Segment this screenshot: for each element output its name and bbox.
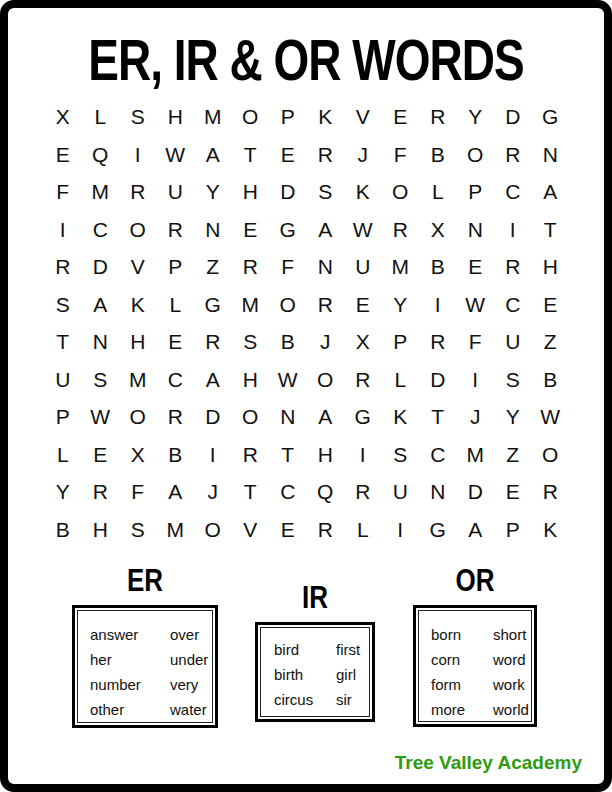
ir-word-list: birdfirstbirthgirlcircussir xyxy=(260,627,370,717)
grid-cell-r8c1[interactable]: U xyxy=(44,361,82,399)
grid-cell-r7c4[interactable]: E xyxy=(157,323,195,361)
grid-cell-r8c2[interactable]: S xyxy=(82,361,120,399)
grid-cell-r7c1[interactable]: T xyxy=(44,323,82,361)
grid-cell-r8c12[interactable]: I xyxy=(457,361,495,399)
grid-cell-r2c2[interactable]: Q xyxy=(82,136,120,174)
grid-cell-r5c4[interactable]: P xyxy=(157,248,195,286)
grid-cell-r3c10[interactable]: O xyxy=(382,173,420,211)
grid-cell-r2c10[interactable]: F xyxy=(382,136,420,174)
grid-cell-r1c3[interactable]: S xyxy=(119,98,157,136)
grid-cell-r10c4[interactable]: B xyxy=(157,436,195,474)
grid-cell-r4c14[interactable]: T xyxy=(532,211,570,249)
word-item: water xyxy=(170,697,212,722)
grid-cell-r6c7[interactable]: O xyxy=(269,286,307,324)
word-item: answer xyxy=(90,622,170,647)
word-item: under xyxy=(170,647,212,672)
grid-cell-r1c7[interactable]: P xyxy=(269,98,307,136)
grid-cell-r8c7[interactable]: W xyxy=(269,361,307,399)
grid-cell-r3c6[interactable]: H xyxy=(232,173,270,211)
ir-word-box: birdfirstbirthgirlcircussir xyxy=(255,622,375,722)
er-word-box: answeroverherundernumberveryotherwater xyxy=(72,605,218,728)
grid-cell-r8c3[interactable]: M xyxy=(119,361,157,399)
grid-cell-r6c14[interactable]: E xyxy=(532,286,570,324)
word-item: circus xyxy=(274,687,336,712)
grid-cell-r1c14[interactable]: G xyxy=(532,98,570,136)
grid-cell-r12c9[interactable]: L xyxy=(344,511,382,549)
grid-cell-r7c3[interactable]: H xyxy=(119,323,157,361)
grid-cell-r9c14[interactable]: W xyxy=(532,398,570,436)
grid-cell-r1c5[interactable]: M xyxy=(194,98,232,136)
grid-cell-r11c13[interactable]: E xyxy=(494,473,532,511)
grid-cell-r9c12[interactable]: J xyxy=(457,398,495,436)
grid-cell-r9c10[interactable]: K xyxy=(382,398,420,436)
grid-cell-r2c9[interactable]: J xyxy=(344,136,382,174)
grid-cell-r10c12[interactable]: M xyxy=(457,436,495,474)
grid-cell-r7c13[interactable]: U xyxy=(494,323,532,361)
grid-cell-r5c13[interactable]: R xyxy=(494,248,532,286)
grid-cell-r6c6[interactable]: M xyxy=(232,286,270,324)
grid-cell-r7c8[interactable]: J xyxy=(307,323,345,361)
grid-cell-r12c13[interactable]: P xyxy=(494,511,532,549)
grid-cell-r4c10[interactable]: R xyxy=(382,211,420,249)
grid-cell-r1c13[interactable]: D xyxy=(494,98,532,136)
grid-cell-r3c1[interactable]: F xyxy=(44,173,82,211)
grid-cell-r9c5[interactable]: D xyxy=(194,398,232,436)
grid-cell-r4c4[interactable]: R xyxy=(157,211,195,249)
grid-cell-r12c8[interactable]: R xyxy=(307,511,345,549)
grid-cell-r1c1[interactable]: X xyxy=(44,98,82,136)
grid-cell-r2c12[interactable]: O xyxy=(457,136,495,174)
grid-cell-r5c10[interactable]: M xyxy=(382,248,420,286)
word-item: work xyxy=(493,672,531,697)
grid-cell-r9c2[interactable]: W xyxy=(82,398,120,436)
grid-cell-r11c6[interactable]: T xyxy=(232,473,270,511)
grid-cell-r4c7[interactable]: G xyxy=(269,211,307,249)
grid-cell-r9c3[interactable]: O xyxy=(119,398,157,436)
grid-cell-r4c5[interactable]: N xyxy=(194,211,232,249)
grid-cell-r11c12[interactable]: D xyxy=(457,473,495,511)
grid-cell-r2c1[interactable]: E xyxy=(44,136,82,174)
grid-cell-r4c6[interactable]: E xyxy=(232,211,270,249)
grid-cell-r10c8[interactable]: H xyxy=(307,436,345,474)
grid-cell-r3c4[interactable]: U xyxy=(157,173,195,211)
grid-cell-r9c6[interactable]: O xyxy=(232,398,270,436)
grid-cell-r3c11[interactable]: L xyxy=(419,173,457,211)
grid-cell-r11c5[interactable]: J xyxy=(194,473,232,511)
grid-cell-r3c3[interactable]: R xyxy=(119,173,157,211)
grid-cell-r7c12[interactable]: F xyxy=(457,323,495,361)
grid-cell-r6c11[interactable]: I xyxy=(419,286,457,324)
grid-cell-r11c11[interactable]: N xyxy=(419,473,457,511)
word-item: word xyxy=(493,647,531,672)
grid-cell-r11c4[interactable]: A xyxy=(157,473,195,511)
grid-cell-r10c3[interactable]: X xyxy=(119,436,157,474)
grid-cell-r9c8[interactable]: A xyxy=(307,398,345,436)
grid-cell-r5c9[interactable]: U xyxy=(344,248,382,286)
grid-cell-r12c5[interactable]: O xyxy=(194,511,232,549)
grid-cell-r6c4[interactable]: L xyxy=(157,286,195,324)
grid-cell-r4c2[interactable]: C xyxy=(82,211,120,249)
word-item: world xyxy=(493,697,531,722)
grid-cell-r7c10[interactable]: P xyxy=(382,323,420,361)
grid-cell-r4c8[interactable]: A xyxy=(307,211,345,249)
er-word-list: answeroverherundernumberveryotherwater xyxy=(77,610,213,723)
grid-cell-r3c5[interactable]: Y xyxy=(194,173,232,211)
grid-cell-r6c12[interactable]: W xyxy=(457,286,495,324)
grid-cell-r6c10[interactable]: Y xyxy=(382,286,420,324)
word-item: short xyxy=(493,622,531,647)
grid-cell-r9c7[interactable]: N xyxy=(269,398,307,436)
word-item: first xyxy=(336,637,369,662)
grid-cell-r12c3[interactable]: S xyxy=(119,511,157,549)
grid-cell-r11c1[interactable]: Y xyxy=(44,473,82,511)
word-group-or-label: OR xyxy=(413,566,537,599)
grid-cell-r6c1[interactable]: S xyxy=(44,286,82,324)
grid-cell-r1c12[interactable]: Y xyxy=(457,98,495,136)
grid-cell-r3c12[interactable]: P xyxy=(457,173,495,211)
grid-cell-r5c1[interactable]: R xyxy=(44,248,82,286)
grid-cell-r9c4[interactable]: R xyxy=(157,398,195,436)
grid-cell-r11c7[interactable]: C xyxy=(269,473,307,511)
grid-cell-r2c7[interactable]: E xyxy=(269,136,307,174)
word-item: her xyxy=(90,647,170,672)
grid-cell-r10c7[interactable]: T xyxy=(269,436,307,474)
grid-cell-r4c1[interactable]: I xyxy=(44,211,82,249)
grid-cell-r10c14[interactable]: O xyxy=(532,436,570,474)
grid-cell-r4c3[interactable]: O xyxy=(119,211,157,249)
grid-cell-r6c5[interactable]: G xyxy=(194,286,232,324)
word-item: bird xyxy=(274,637,336,662)
grid-cell-r6c13[interactable]: C xyxy=(494,286,532,324)
grid-cell-r11c2[interactable]: R xyxy=(82,473,120,511)
grid-cell-r7c2[interactable]: N xyxy=(82,323,120,361)
grid-cell-r9c13[interactable]: Y xyxy=(494,398,532,436)
grid-cell-r2c8[interactable]: R xyxy=(307,136,345,174)
word-item: very xyxy=(170,672,212,697)
grid-cell-r8c10[interactable]: L xyxy=(382,361,420,399)
grid-cell-r9c11[interactable]: T xyxy=(419,398,457,436)
grid-cell-r7c7[interactable]: B xyxy=(269,323,307,361)
grid-cell-r2c14[interactable]: N xyxy=(532,136,570,174)
grid-cell-r4c11[interactable]: X xyxy=(419,211,457,249)
word-item: sir xyxy=(336,687,369,712)
grid-cell-r1c11[interactable]: R xyxy=(419,98,457,136)
grid-cell-r4c9[interactable]: W xyxy=(344,211,382,249)
word-item: more xyxy=(431,697,493,722)
grid-cell-r10c13[interactable]: Z xyxy=(494,436,532,474)
grid-cell-r12c4[interactable]: M xyxy=(157,511,195,549)
grid-cell-r5c11[interactable]: B xyxy=(419,248,457,286)
grid-cell-r9c9[interactable]: G xyxy=(344,398,382,436)
grid-cell-r11c3[interactable]: F xyxy=(119,473,157,511)
grid-cell-r10c5[interactable]: I xyxy=(194,436,232,474)
grid-cell-r2c11[interactable]: B xyxy=(419,136,457,174)
grid-cell-r1c4[interactable]: H xyxy=(157,98,195,136)
grid-cell-r8c6[interactable]: H xyxy=(232,361,270,399)
grid-cell-r7c6[interactable]: S xyxy=(232,323,270,361)
grid-cell-r8c11[interactable]: D xyxy=(419,361,457,399)
grid-cell-r8c13[interactable]: S xyxy=(494,361,532,399)
grid-cell-r11c8[interactable]: Q xyxy=(307,473,345,511)
grid-cell-r9c1[interactable]: P xyxy=(44,398,82,436)
grid-cell-r2c6[interactable]: T xyxy=(232,136,270,174)
page-title: ER, IR & OR WORDS xyxy=(8,26,604,94)
grid-cell-r2c13[interactable]: R xyxy=(494,136,532,174)
grid-cell-r12c10[interactable]: I xyxy=(382,511,420,549)
grid-cell-r10c2[interactable]: E xyxy=(82,436,120,474)
grid-cell-r12c6[interactable]: V xyxy=(232,511,270,549)
grid-cell-r11c14[interactable]: R xyxy=(532,473,570,511)
grid-cell-r5c2[interactable]: D xyxy=(82,248,120,286)
grid-cell-r10c9[interactable]: I xyxy=(344,436,382,474)
grid-cell-r3c9[interactable]: K xyxy=(344,173,382,211)
word-item: girl xyxy=(336,662,369,687)
grid-cell-r3c8[interactable]: S xyxy=(307,173,345,211)
grid-cell-r5c7[interactable]: F xyxy=(269,248,307,286)
grid-cell-r1c6[interactable]: O xyxy=(232,98,270,136)
grid-cell-r4c12[interactable]: N xyxy=(457,211,495,249)
grid-cell-r6c9[interactable]: E xyxy=(344,286,382,324)
grid-cell-r12c12[interactable]: A xyxy=(457,511,495,549)
grid-cell-r7c11[interactable]: R xyxy=(419,323,457,361)
word-group-ir-label: IR xyxy=(255,583,375,616)
grid-cell-r8c8[interactable]: O xyxy=(307,361,345,399)
grid-cell-r7c9[interactable]: X xyxy=(344,323,382,361)
grid-cell-r1c10[interactable]: E xyxy=(382,98,420,136)
grid-cell-r7c5[interactable]: R xyxy=(194,323,232,361)
grid-cell-r12c7[interactable]: E xyxy=(269,511,307,549)
word-group-er-label: ER xyxy=(72,566,218,599)
word-item: over xyxy=(170,622,212,647)
word-item: born xyxy=(431,622,493,647)
grid-cell-r10c10[interactable]: S xyxy=(382,436,420,474)
grid-cell-r1c9[interactable]: V xyxy=(344,98,382,136)
or-word-list: bornshortcornwordformworkmoreworld xyxy=(418,610,532,722)
grid-cell-r4c13[interactable]: I xyxy=(494,211,532,249)
word-item: number xyxy=(90,672,170,697)
word-item: other xyxy=(90,697,170,722)
grid-cell-r3c7[interactable]: D xyxy=(269,173,307,211)
grid-cell-r10c6[interactable]: R xyxy=(232,436,270,474)
grid-cell-r6c2[interactable]: A xyxy=(82,286,120,324)
grid-cell-r2c3[interactable]: I xyxy=(119,136,157,174)
grid-cell-r5c12[interactable]: E xyxy=(457,248,495,286)
grid-cell-r3c2[interactable]: M xyxy=(82,173,120,211)
grid-cell-r3c14[interactable]: A xyxy=(532,173,570,211)
word-item: form xyxy=(431,672,493,697)
grid-cell-r12c11[interactable]: G xyxy=(419,511,457,549)
grid-cell-r8c5[interactable]: A xyxy=(194,361,232,399)
grid-cell-r7c14[interactable]: Z xyxy=(532,323,570,361)
grid-cell-r12c14[interactable]: K xyxy=(532,511,570,549)
grid-cell-r6c8[interactable]: R xyxy=(307,286,345,324)
grid-cell-r5c6[interactable]: R xyxy=(232,248,270,286)
grid-cell-r12c1[interactable]: B xyxy=(44,511,82,549)
brand-text: Tree Valley Academy xyxy=(395,752,582,774)
grid-cell-r8c14[interactable]: B xyxy=(532,361,570,399)
grid-cell-r12c2[interactable]: H xyxy=(82,511,120,549)
grid-cell-r5c8[interactable]: N xyxy=(307,248,345,286)
grid-cell-r6c3[interactable]: K xyxy=(119,286,157,324)
grid-cell-r8c4[interactable]: C xyxy=(157,361,195,399)
grid-cell-r11c9[interactable]: R xyxy=(344,473,382,511)
grid-cell-r1c8[interactable]: K xyxy=(307,98,345,136)
grid-cell-r10c11[interactable]: C xyxy=(419,436,457,474)
worksheet-page: ER, IR & OR WORDS XLSHMOPKVERYDGEQIWATER… xyxy=(0,0,612,792)
word-item: corn xyxy=(431,647,493,672)
grid-cell-r10c1[interactable]: L xyxy=(44,436,82,474)
grid-cell-r5c14[interactable]: H xyxy=(532,248,570,286)
grid-cell-r5c5[interactable]: Z xyxy=(194,248,232,286)
grid-cell-r2c5[interactable]: A xyxy=(194,136,232,174)
grid-cell-r2c4[interactable]: W xyxy=(157,136,195,174)
grid-cell-r11c10[interactable]: U xyxy=(382,473,420,511)
or-word-box: bornshortcornwordformworkmoreworld xyxy=(413,605,537,727)
letter-grid: XLSHMOPKVERYDGEQIWATERJFBORNFMRUYHDSKOLP… xyxy=(44,98,569,548)
grid-cell-r3c13[interactable]: C xyxy=(494,173,532,211)
word-item: birth xyxy=(274,662,336,687)
grid-cell-r5c3[interactable]: V xyxy=(119,248,157,286)
grid-cell-r8c9[interactable]: R xyxy=(344,361,382,399)
grid-cell-r1c2[interactable]: L xyxy=(82,98,120,136)
